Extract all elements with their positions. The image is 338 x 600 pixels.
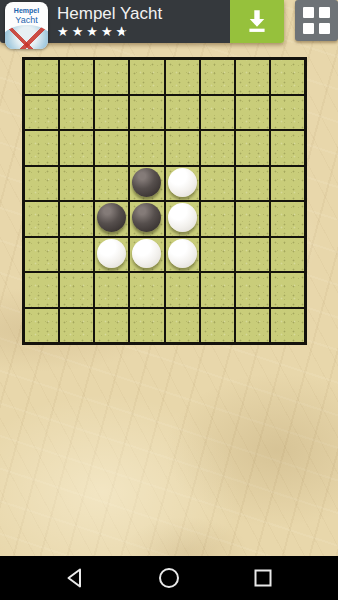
board-cell[interactable] bbox=[201, 309, 234, 343]
board-cell[interactable] bbox=[271, 96, 304, 130]
board-cell[interactable] bbox=[95, 238, 128, 272]
board-cell[interactable] bbox=[130, 96, 163, 130]
board-cell[interactable] bbox=[166, 96, 199, 130]
board-cell[interactable] bbox=[201, 131, 234, 165]
board-cell[interactable] bbox=[271, 60, 304, 94]
board-cell[interactable] bbox=[271, 238, 304, 272]
board-cell[interactable] bbox=[236, 96, 269, 130]
board-cell[interactable] bbox=[236, 309, 269, 343]
board-cell[interactable] bbox=[95, 60, 128, 94]
recents-square-icon bbox=[251, 566, 275, 590]
ad-banner[interactable]: Hempel Yacht ★★★★☆★ Hempel Yacht bbox=[0, 0, 284, 43]
star-icon: ★ bbox=[57, 25, 72, 38]
board-cell[interactable] bbox=[236, 202, 269, 236]
star-half-icon: ☆★ bbox=[116, 25, 131, 38]
download-button[interactable] bbox=[230, 0, 284, 43]
board-cell[interactable] bbox=[166, 309, 199, 343]
board-cell[interactable] bbox=[271, 273, 304, 307]
board-cell[interactable] bbox=[25, 202, 58, 236]
board-cell[interactable] bbox=[166, 131, 199, 165]
board-cell[interactable] bbox=[130, 273, 163, 307]
ad-rating-stars: ★★★★☆★ bbox=[57, 25, 230, 38]
board-cell[interactable] bbox=[25, 60, 58, 94]
game-board bbox=[22, 57, 307, 345]
board-cell[interactable] bbox=[236, 131, 269, 165]
board-cell[interactable] bbox=[130, 202, 163, 236]
board-cell[interactable] bbox=[60, 96, 93, 130]
ad-app-title: Hempel Yacht bbox=[57, 5, 230, 22]
white-disc bbox=[168, 239, 197, 268]
back-triangle-icon bbox=[63, 566, 87, 590]
star-icon: ★ bbox=[72, 25, 87, 38]
white-disc bbox=[168, 168, 197, 197]
nautical-chart-icon bbox=[5, 25, 48, 49]
board-cell[interactable] bbox=[25, 273, 58, 307]
board-cell[interactable] bbox=[271, 131, 304, 165]
board-cell[interactable] bbox=[60, 60, 93, 94]
board-cell[interactable] bbox=[60, 273, 93, 307]
four-squares-icon bbox=[303, 7, 330, 34]
board-cell[interactable] bbox=[95, 131, 128, 165]
black-disc bbox=[132, 168, 161, 197]
black-disc bbox=[132, 203, 161, 232]
board-cell[interactable] bbox=[130, 238, 163, 272]
recents-button[interactable] bbox=[216, 556, 310, 600]
board-cell[interactable] bbox=[95, 202, 128, 236]
black-disc bbox=[97, 203, 126, 232]
board-cell[interactable] bbox=[25, 238, 58, 272]
board-cell[interactable] bbox=[166, 238, 199, 272]
board-cell[interactable] bbox=[130, 167, 163, 201]
board-cell[interactable] bbox=[201, 202, 234, 236]
board-cell[interactable] bbox=[201, 60, 234, 94]
board-cell[interactable] bbox=[166, 167, 199, 201]
board-cell[interactable] bbox=[130, 309, 163, 343]
home-circle-icon bbox=[157, 566, 181, 590]
board-cell[interactable] bbox=[236, 273, 269, 307]
board-cell[interactable] bbox=[60, 167, 93, 201]
board-cell[interactable] bbox=[236, 60, 269, 94]
white-disc bbox=[168, 203, 197, 232]
board-cell[interactable] bbox=[166, 60, 199, 94]
star-icon: ★ bbox=[86, 25, 101, 38]
home-button[interactable] bbox=[122, 556, 216, 600]
board-cell[interactable] bbox=[25, 131, 58, 165]
board-cell[interactable] bbox=[201, 238, 234, 272]
white-disc bbox=[132, 239, 161, 268]
board-cell[interactable] bbox=[201, 273, 234, 307]
star-icon: ★ bbox=[101, 25, 116, 38]
board-cell[interactable] bbox=[25, 309, 58, 343]
board-cell[interactable] bbox=[236, 238, 269, 272]
board-cell[interactable] bbox=[271, 202, 304, 236]
board-cell[interactable] bbox=[201, 167, 234, 201]
board-cell[interactable] bbox=[25, 96, 58, 130]
board-cell[interactable] bbox=[95, 167, 128, 201]
white-disc bbox=[97, 239, 126, 268]
board-cell[interactable] bbox=[60, 238, 93, 272]
board-cell[interactable] bbox=[201, 96, 234, 130]
board-cell[interactable] bbox=[25, 167, 58, 201]
android-nav-bar bbox=[0, 556, 338, 600]
download-arrow-icon bbox=[244, 7, 270, 36]
app-icon-title: Hempel Yacht bbox=[5, 7, 48, 25]
back-button[interactable] bbox=[28, 556, 122, 600]
board-cell[interactable] bbox=[271, 167, 304, 201]
board-cell[interactable] bbox=[60, 309, 93, 343]
board-cell[interactable] bbox=[60, 202, 93, 236]
board-cell[interactable] bbox=[236, 167, 269, 201]
apps-grid-button[interactable] bbox=[295, 0, 338, 41]
board-cell[interactable] bbox=[95, 96, 128, 130]
app-icon[interactable]: Hempel Yacht bbox=[5, 2, 48, 49]
board-cell[interactable] bbox=[60, 131, 93, 165]
board-cell[interactable] bbox=[166, 202, 199, 236]
board-cell[interactable] bbox=[95, 309, 128, 343]
board-cell[interactable] bbox=[166, 273, 199, 307]
board-cell[interactable] bbox=[130, 60, 163, 94]
phone-screen: Hempel Yacht ★★★★☆★ Hempel Yacht bbox=[0, 0, 338, 600]
board-cell[interactable] bbox=[271, 309, 304, 343]
board-cell[interactable] bbox=[130, 131, 163, 165]
board-cell[interactable] bbox=[95, 273, 128, 307]
